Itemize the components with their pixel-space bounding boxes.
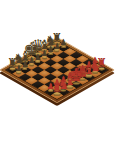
chess-set-product-photo: ♜♟♟♜♞♟♟♞♝♟♟♝♛♟♟♛♚♟♟♚♝♟♟♝♞♟♟♞♜♟♟♜ [0, 0, 120, 144]
board-inlay-border [5, 40, 110, 100]
chess-board-frame [0, 37, 115, 103]
chess-board [6, 41, 108, 99]
